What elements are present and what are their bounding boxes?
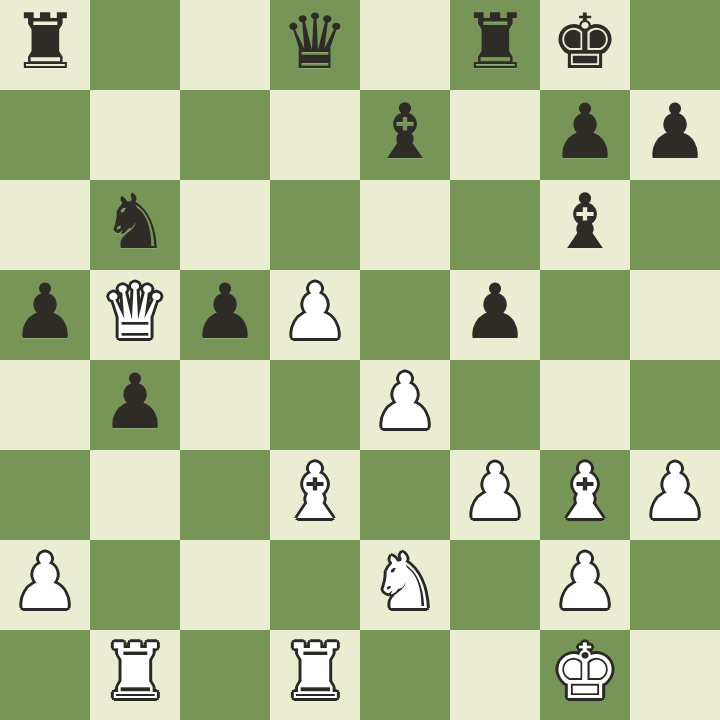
- white-bishop[interactable]: ♝: [281, 447, 349, 537]
- square-b2[interactable]: [90, 540, 180, 630]
- square-b4[interactable]: ♟: [90, 360, 180, 450]
- white-queen[interactable]: ♛: [101, 267, 169, 357]
- square-g7[interactable]: ♟: [540, 90, 630, 180]
- square-a4[interactable]: [0, 360, 90, 450]
- black-rook[interactable]: ♜: [11, 0, 79, 87]
- white-rook[interactable]: ♜: [101, 627, 169, 717]
- square-e5[interactable]: [360, 270, 450, 360]
- square-d3[interactable]: ♝: [270, 450, 360, 540]
- square-b7[interactable]: [90, 90, 180, 180]
- square-g3[interactable]: ♝: [540, 450, 630, 540]
- square-d7[interactable]: [270, 90, 360, 180]
- black-pawn[interactable]: ♟: [11, 267, 79, 357]
- square-e6[interactable]: [360, 180, 450, 270]
- black-pawn[interactable]: ♟: [101, 357, 169, 447]
- square-d2[interactable]: [270, 540, 360, 630]
- square-g8[interactable]: ♚: [540, 0, 630, 90]
- square-h6[interactable]: [630, 180, 720, 270]
- square-a1[interactable]: [0, 630, 90, 720]
- square-h1[interactable]: [630, 630, 720, 720]
- square-d4[interactable]: [270, 360, 360, 450]
- square-d6[interactable]: [270, 180, 360, 270]
- square-g1[interactable]: ♚: [540, 630, 630, 720]
- black-knight[interactable]: ♞: [101, 177, 169, 267]
- square-h2[interactable]: [630, 540, 720, 630]
- square-e7[interactable]: ♝: [360, 90, 450, 180]
- square-f6[interactable]: [450, 180, 540, 270]
- square-h7[interactable]: ♟: [630, 90, 720, 180]
- square-e4[interactable]: ♟: [360, 360, 450, 450]
- square-b8[interactable]: [90, 0, 180, 90]
- square-c5[interactable]: ♟: [180, 270, 270, 360]
- white-pawn[interactable]: ♟: [461, 447, 529, 537]
- square-f7[interactable]: [450, 90, 540, 180]
- square-c2[interactable]: [180, 540, 270, 630]
- square-g5[interactable]: [540, 270, 630, 360]
- square-c3[interactable]: [180, 450, 270, 540]
- square-f2[interactable]: [450, 540, 540, 630]
- black-bishop[interactable]: ♝: [371, 87, 439, 177]
- square-g6[interactable]: ♝: [540, 180, 630, 270]
- square-c8[interactable]: [180, 0, 270, 90]
- square-f1[interactable]: [450, 630, 540, 720]
- square-f4[interactable]: [450, 360, 540, 450]
- square-d1[interactable]: ♜: [270, 630, 360, 720]
- square-h4[interactable]: [630, 360, 720, 450]
- square-f8[interactable]: ♜: [450, 0, 540, 90]
- square-e1[interactable]: [360, 630, 450, 720]
- square-e3[interactable]: [360, 450, 450, 540]
- square-b5[interactable]: ♛: [90, 270, 180, 360]
- white-rook[interactable]: ♜: [281, 627, 349, 717]
- square-c6[interactable]: [180, 180, 270, 270]
- black-bishop[interactable]: ♝: [551, 177, 619, 267]
- square-a3[interactable]: [0, 450, 90, 540]
- white-pawn[interactable]: ♟: [281, 267, 349, 357]
- square-d5[interactable]: ♟: [270, 270, 360, 360]
- square-f5[interactable]: ♟: [450, 270, 540, 360]
- square-b6[interactable]: ♞: [90, 180, 180, 270]
- square-c4[interactable]: [180, 360, 270, 450]
- white-knight[interactable]: ♞: [371, 537, 439, 627]
- black-rook[interactable]: ♜: [461, 0, 529, 87]
- square-a2[interactable]: ♟: [0, 540, 90, 630]
- white-bishop[interactable]: ♝: [551, 447, 619, 537]
- square-e2[interactable]: ♞: [360, 540, 450, 630]
- black-pawn[interactable]: ♟: [461, 267, 529, 357]
- white-pawn[interactable]: ♟: [11, 537, 79, 627]
- square-d8[interactable]: ♛: [270, 0, 360, 90]
- square-a6[interactable]: [0, 180, 90, 270]
- square-b1[interactable]: ♜: [90, 630, 180, 720]
- square-g4[interactable]: [540, 360, 630, 450]
- black-pawn[interactable]: ♟: [551, 87, 619, 177]
- black-pawn[interactable]: ♟: [641, 87, 709, 177]
- black-pawn[interactable]: ♟: [191, 267, 259, 357]
- square-h3[interactable]: ♟: [630, 450, 720, 540]
- square-f3[interactable]: ♟: [450, 450, 540, 540]
- square-c7[interactable]: [180, 90, 270, 180]
- black-queen[interactable]: ♛: [281, 0, 349, 87]
- white-king[interactable]: ♚: [551, 627, 619, 717]
- chess-board: ♜♛♜♚♝♟♟♞♝♟♛♟♟♟♟♟♝♟♝♟♟♞♟♜♜♚: [0, 0, 720, 720]
- white-pawn[interactable]: ♟: [551, 537, 619, 627]
- white-pawn[interactable]: ♟: [641, 447, 709, 537]
- square-a8[interactable]: ♜: [0, 0, 90, 90]
- white-pawn[interactable]: ♟: [371, 357, 439, 447]
- square-b3[interactable]: [90, 450, 180, 540]
- square-a5[interactable]: ♟: [0, 270, 90, 360]
- black-king[interactable]: ♚: [551, 0, 619, 87]
- square-c1[interactable]: [180, 630, 270, 720]
- square-e8[interactable]: [360, 0, 450, 90]
- square-h8[interactable]: [630, 0, 720, 90]
- square-h5[interactable]: [630, 270, 720, 360]
- square-a7[interactable]: [0, 90, 90, 180]
- square-g2[interactable]: ♟: [540, 540, 630, 630]
